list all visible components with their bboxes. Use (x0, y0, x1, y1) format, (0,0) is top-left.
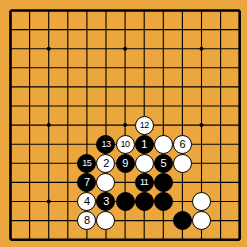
board-intersection: 6 (173, 135, 192, 154)
board-intersection: 12 (135, 116, 154, 135)
stones-layer: 1213101615295711438 (1, 1, 247, 247)
stone-black[interactable] (116, 192, 135, 211)
board-intersection (96, 211, 115, 230)
stone-black[interactable] (173, 211, 192, 230)
stone-black-move-5[interactable]: 5 (154, 154, 173, 173)
board-intersection: 5 (154, 154, 173, 173)
stone-white[interactable] (192, 192, 211, 211)
move-number: 1 (141, 138, 147, 149)
board-intersection (192, 211, 211, 230)
board-intersection: 9 (116, 154, 135, 173)
board-intersection (173, 211, 192, 230)
move-number: 5 (160, 157, 166, 168)
board-intersection (192, 192, 211, 211)
board-intersection: 2 (96, 154, 115, 173)
move-number: 8 (84, 215, 90, 226)
board-intersection (154, 192, 173, 211)
board-intersection (154, 135, 173, 154)
board-intersection: 15 (77, 154, 96, 173)
stone-white-move-6[interactable]: 6 (173, 135, 192, 154)
go-board[interactable]: 1213101615295711438 (0, 0, 247, 247)
board-intersection: 11 (135, 173, 154, 192)
stone-black[interactable] (154, 192, 173, 211)
board-intersection: 13 (96, 135, 115, 154)
stone-black-move-1[interactable]: 1 (135, 135, 154, 154)
stone-black-move-9[interactable]: 9 (116, 154, 135, 173)
board-intersection: 4 (77, 192, 96, 211)
stone-white-move-10[interactable]: 10 (116, 135, 135, 154)
stone-white[interactable] (135, 154, 154, 173)
stone-white[interactable] (192, 211, 211, 230)
stone-black-move-3[interactable]: 3 (96, 192, 115, 211)
stone-white-move-2[interactable]: 2 (96, 154, 115, 173)
board-intersection: 3 (96, 192, 115, 211)
board-intersection: 7 (77, 173, 96, 192)
stone-white[interactable] (154, 135, 173, 154)
stone-black-move-11[interactable]: 11 (135, 173, 154, 192)
stone-white[interactable] (96, 173, 115, 192)
stone-white-move-8[interactable]: 8 (77, 211, 96, 230)
move-number: 10 (121, 139, 130, 148)
move-number: 6 (180, 138, 186, 149)
move-number: 2 (103, 157, 109, 168)
stone-white[interactable] (173, 154, 192, 173)
stone-white-move-12[interactable]: 12 (135, 116, 154, 135)
stone-black-move-7[interactable]: 7 (77, 173, 96, 192)
board-intersection (135, 192, 154, 211)
board-intersection (96, 173, 115, 192)
board-intersection (116, 192, 135, 211)
move-number: 9 (122, 157, 128, 168)
stone-black[interactable] (135, 192, 154, 211)
stone-white[interactable] (96, 211, 115, 230)
stone-black-move-13[interactable]: 13 (96, 135, 115, 154)
board-intersection: 1 (135, 135, 154, 154)
move-number: 7 (84, 176, 90, 187)
board-intersection (135, 154, 154, 173)
move-number: 12 (140, 120, 149, 129)
stone-black-move-15[interactable]: 15 (77, 154, 96, 173)
stone-white-move-4[interactable]: 4 (77, 192, 96, 211)
move-number: 3 (103, 195, 109, 206)
move-number: 15 (82, 158, 91, 167)
board-intersection (173, 154, 192, 173)
board-intersection: 10 (116, 135, 135, 154)
board-intersection (154, 173, 173, 192)
move-number: 11 (140, 177, 148, 186)
move-number: 13 (101, 139, 110, 148)
move-number: 4 (84, 195, 90, 206)
board-intersection: 8 (77, 211, 96, 230)
stone-black[interactable] (154, 173, 173, 192)
